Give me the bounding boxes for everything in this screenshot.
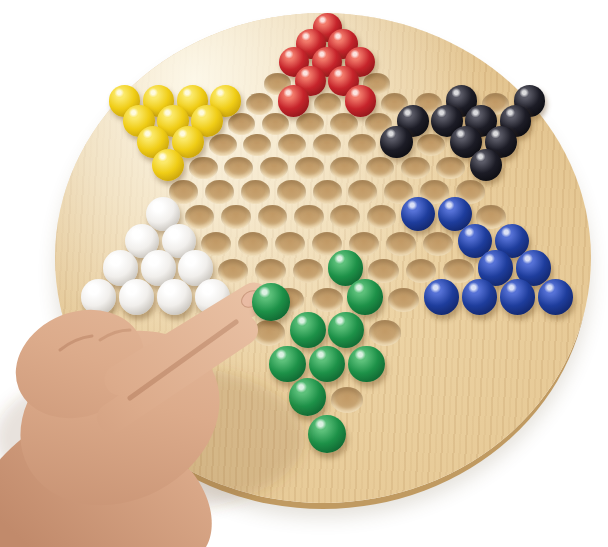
- hole-r7-c2[interactable]: [224, 157, 253, 180]
- hole-r15-c1[interactable]: [331, 387, 364, 413]
- hole-r9-c1[interactable]: [185, 205, 215, 229]
- hole-r6-c6[interactable]: [348, 134, 376, 156]
- hole-r8-c5[interactable]: [348, 180, 377, 203]
- hole-r9-c4[interactable]: [294, 205, 324, 229]
- hole-r8-c4[interactable]: [313, 180, 342, 203]
- hole-r10-c7[interactable]: [386, 232, 416, 256]
- marble-green-r14-c0[interactable]: [269, 346, 306, 383]
- marble-red-r4-c7[interactable]: [345, 85, 376, 116]
- hole-r6-c2[interactable]: [209, 134, 237, 156]
- marble-blue-r12-c9[interactable]: [424, 279, 460, 315]
- hole-r13-c3[interactable]: [369, 320, 401, 345]
- hole-r12-c8[interactable]: [388, 288, 419, 313]
- hole-r7-c1[interactable]: [189, 157, 218, 180]
- hole-r7-c5[interactable]: [330, 157, 359, 180]
- hole-r10-c4[interactable]: [275, 232, 305, 256]
- marble-green-r14-c2[interactable]: [348, 346, 385, 383]
- marble-blue-r12-c10[interactable]: [462, 279, 498, 315]
- marble-green-r15-c0[interactable]: [289, 378, 326, 415]
- marble-blue-r12-c12[interactable]: [538, 279, 574, 315]
- marble-green-r13-c1[interactable]: [290, 312, 326, 348]
- hole-r4-c6[interactable]: [314, 93, 341, 115]
- hole-r11-c8[interactable]: [406, 259, 437, 283]
- marble-green-r12-c7[interactable]: [347, 279, 383, 315]
- hole-r13-c0[interactable]: [253, 320, 285, 345]
- marble-black-r6-c7[interactable]: [380, 126, 412, 158]
- hole-r8-c2[interactable]: [241, 180, 270, 203]
- hole-r12-c6[interactable]: [312, 288, 343, 313]
- hole-r10-c3[interactable]: [238, 232, 268, 256]
- marble-white-r12-c1[interactable]: [119, 279, 155, 315]
- hole-r5-c3[interactable]: [228, 113, 256, 135]
- marble-white-r12-c3[interactable]: [195, 279, 231, 315]
- hole-r5-c5[interactable]: [296, 113, 324, 135]
- hole-r6-c5[interactable]: [313, 134, 341, 156]
- hole-r9-c6[interactable]: [367, 205, 397, 229]
- hole-r11-c4[interactable]: [255, 259, 286, 283]
- hole-r7-c7[interactable]: [401, 157, 430, 180]
- hole-r8-c3[interactable]: [277, 180, 306, 203]
- marble-green-r16-c0[interactable]: [308, 415, 346, 453]
- hole-r9-c5[interactable]: [330, 205, 360, 229]
- hole-r9-c2[interactable]: [221, 205, 251, 229]
- hole-r10-c8[interactable]: [423, 232, 453, 256]
- hole-r5-c6[interactable]: [330, 113, 358, 135]
- marble-red-r4-c5[interactable]: [278, 85, 309, 116]
- hole-r7-c8[interactable]: [436, 157, 465, 180]
- hole-r9-c3[interactable]: [258, 205, 288, 229]
- marble-white-r12-c0[interactable]: [81, 279, 117, 315]
- hole-r11-c7[interactable]: [368, 259, 399, 283]
- scene: [0, 0, 608, 547]
- hole-r8-c1[interactable]: [205, 180, 234, 203]
- held-marble-green-r12-c4[interactable]: [252, 283, 290, 321]
- hole-r4-c4[interactable]: [246, 93, 273, 115]
- marble-blue-r12-c11[interactable]: [500, 279, 536, 315]
- marble-white-r12-c2[interactable]: [157, 279, 193, 315]
- marble-blue-r9-c7[interactable]: [401, 197, 435, 231]
- hole-r7-c4[interactable]: [295, 157, 324, 180]
